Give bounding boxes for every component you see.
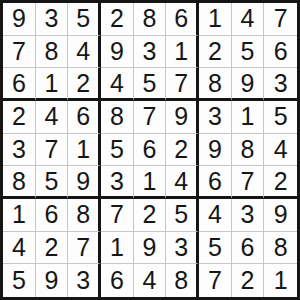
cell-r2c5[interactable]: 3: [134, 36, 167, 69]
cell-r9c8[interactable]: 2: [232, 264, 265, 297]
cell-r3c9[interactable]: 3: [264, 68, 297, 101]
cell-r2c9[interactable]: 6: [264, 36, 297, 69]
cell-r7c7[interactable]: 4: [199, 199, 232, 232]
cell-r8c7[interactable]: 5: [199, 232, 232, 265]
cell-r2c8[interactable]: 5: [232, 36, 265, 69]
cell-r3c7[interactable]: 8: [199, 68, 232, 101]
cell-r8c3[interactable]: 7: [68, 232, 101, 265]
cell-r3c5[interactable]: 5: [134, 68, 167, 101]
cell-r6c5[interactable]: 1: [134, 166, 167, 199]
sudoku-board: 9352861477849312566124578932468793153715…: [0, 0, 300, 300]
cell-r3c4[interactable]: 4: [101, 68, 134, 101]
cell-r2c3[interactable]: 4: [68, 36, 101, 69]
cell-r7c9[interactable]: 9: [264, 199, 297, 232]
cell-r5c5[interactable]: 6: [134, 134, 167, 167]
cell-r5c7[interactable]: 9: [199, 134, 232, 167]
cell-r3c3[interactable]: 2: [68, 68, 101, 101]
cell-r6c9[interactable]: 2: [264, 166, 297, 199]
cell-r7c3[interactable]: 8: [68, 199, 101, 232]
cell-r4c1[interactable]: 2: [3, 101, 36, 134]
cell-r6c1[interactable]: 8: [3, 166, 36, 199]
cell-r2c1[interactable]: 7: [3, 36, 36, 69]
cell-r7c1[interactable]: 1: [3, 199, 36, 232]
cell-r1c2[interactable]: 3: [36, 3, 69, 36]
cell-r5c4[interactable]: 5: [101, 134, 134, 167]
cell-r2c2[interactable]: 8: [36, 36, 69, 69]
cell-r7c8[interactable]: 3: [232, 199, 265, 232]
cell-r9c9[interactable]: 1: [264, 264, 297, 297]
cell-r4c7[interactable]: 3: [199, 101, 232, 134]
cell-r8c1[interactable]: 4: [3, 232, 36, 265]
cell-r4c2[interactable]: 4: [36, 101, 69, 134]
cell-r1c5[interactable]: 8: [134, 3, 167, 36]
cell-r9c6[interactable]: 8: [166, 264, 199, 297]
cell-r4c5[interactable]: 7: [134, 101, 167, 134]
cell-r9c2[interactable]: 9: [36, 264, 69, 297]
cell-r4c6[interactable]: 9: [166, 101, 199, 134]
cell-r5c1[interactable]: 3: [3, 134, 36, 167]
cell-r2c7[interactable]: 2: [199, 36, 232, 69]
cell-r7c4[interactable]: 7: [101, 199, 134, 232]
cell-r4c3[interactable]: 6: [68, 101, 101, 134]
cell-r3c6[interactable]: 7: [166, 68, 199, 101]
cell-r8c4[interactable]: 1: [101, 232, 134, 265]
cell-r8c5[interactable]: 9: [134, 232, 167, 265]
cell-r8c9[interactable]: 8: [264, 232, 297, 265]
cell-r9c1[interactable]: 5: [3, 264, 36, 297]
cell-r6c7[interactable]: 6: [199, 166, 232, 199]
cell-r3c2[interactable]: 1: [36, 68, 69, 101]
cell-r6c4[interactable]: 3: [101, 166, 134, 199]
cell-r9c4[interactable]: 6: [101, 264, 134, 297]
cell-r3c8[interactable]: 9: [232, 68, 265, 101]
cell-r1c6[interactable]: 6: [166, 3, 199, 36]
sudoku-page: 9352861477849312566124578932468793153715…: [0, 0, 300, 300]
cell-r1c8[interactable]: 4: [232, 3, 265, 36]
cell-r8c8[interactable]: 6: [232, 232, 265, 265]
cell-r7c6[interactable]: 5: [166, 199, 199, 232]
cell-r5c8[interactable]: 8: [232, 134, 265, 167]
cell-r6c2[interactable]: 5: [36, 166, 69, 199]
cell-r2c4[interactable]: 9: [101, 36, 134, 69]
cell-r9c7[interactable]: 7: [199, 264, 232, 297]
cell-r1c9[interactable]: 7: [264, 3, 297, 36]
cell-r6c8[interactable]: 7: [232, 166, 265, 199]
cell-r5c3[interactable]: 1: [68, 134, 101, 167]
cell-r2c6[interactable]: 1: [166, 36, 199, 69]
cell-r8c2[interactable]: 2: [36, 232, 69, 265]
cell-r6c3[interactable]: 9: [68, 166, 101, 199]
cell-r3c1[interactable]: 6: [3, 68, 36, 101]
cell-r9c5[interactable]: 4: [134, 264, 167, 297]
cell-r7c2[interactable]: 6: [36, 199, 69, 232]
cell-r1c7[interactable]: 1: [199, 3, 232, 36]
cell-r8c6[interactable]: 3: [166, 232, 199, 265]
cell-r5c9[interactable]: 4: [264, 134, 297, 167]
cell-r1c3[interactable]: 5: [68, 3, 101, 36]
cell-r4c8[interactable]: 1: [232, 101, 265, 134]
cell-r1c1[interactable]: 9: [3, 3, 36, 36]
cell-r7c5[interactable]: 2: [134, 199, 167, 232]
cell-r4c4[interactable]: 8: [101, 101, 134, 134]
cell-r5c6[interactable]: 2: [166, 134, 199, 167]
cell-r9c3[interactable]: 3: [68, 264, 101, 297]
cell-r6c6[interactable]: 4: [166, 166, 199, 199]
cell-r4c9[interactable]: 5: [264, 101, 297, 134]
cell-r5c2[interactable]: 7: [36, 134, 69, 167]
cell-r1c4[interactable]: 2: [101, 3, 134, 36]
